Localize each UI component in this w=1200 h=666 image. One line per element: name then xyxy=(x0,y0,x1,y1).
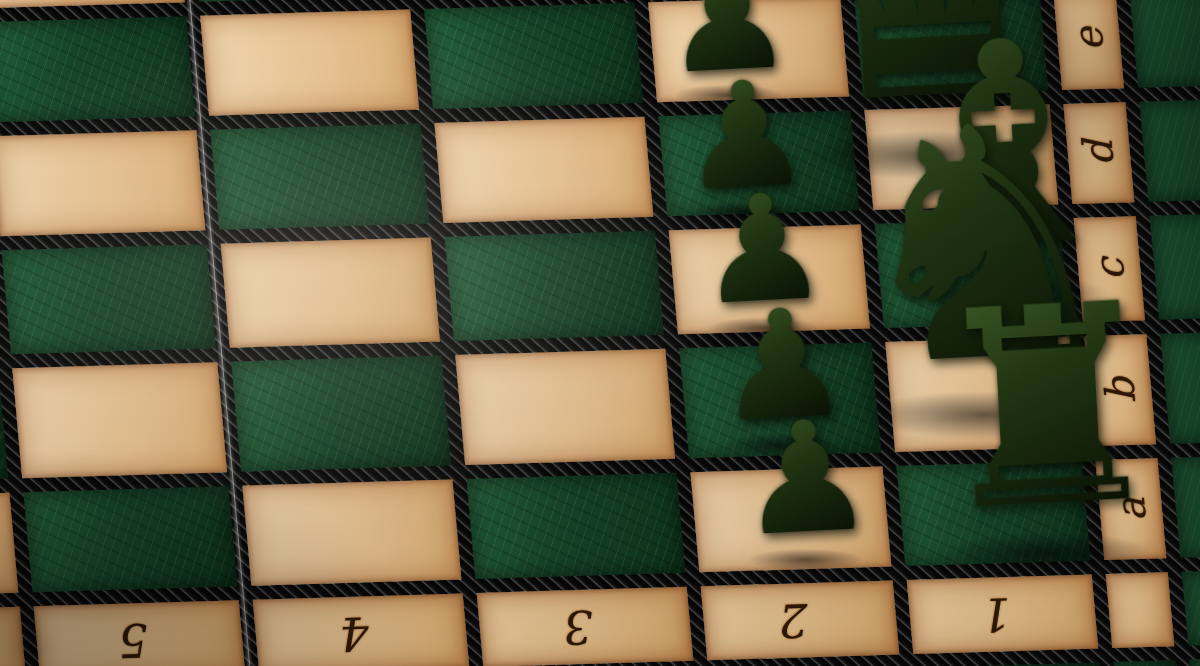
pieces-layer: ♜♞♝♛♟♟♟♟♟ xyxy=(0,0,1200,666)
green-rook-a1[interactable]: ♜ xyxy=(901,265,1195,559)
chessboard-photo: edcba54321 ♜♞♝♛♟♟♟♟♟ Close-up angled pho… xyxy=(0,0,1200,666)
green-pawn-a2[interactable]: ♟ xyxy=(723,398,889,564)
